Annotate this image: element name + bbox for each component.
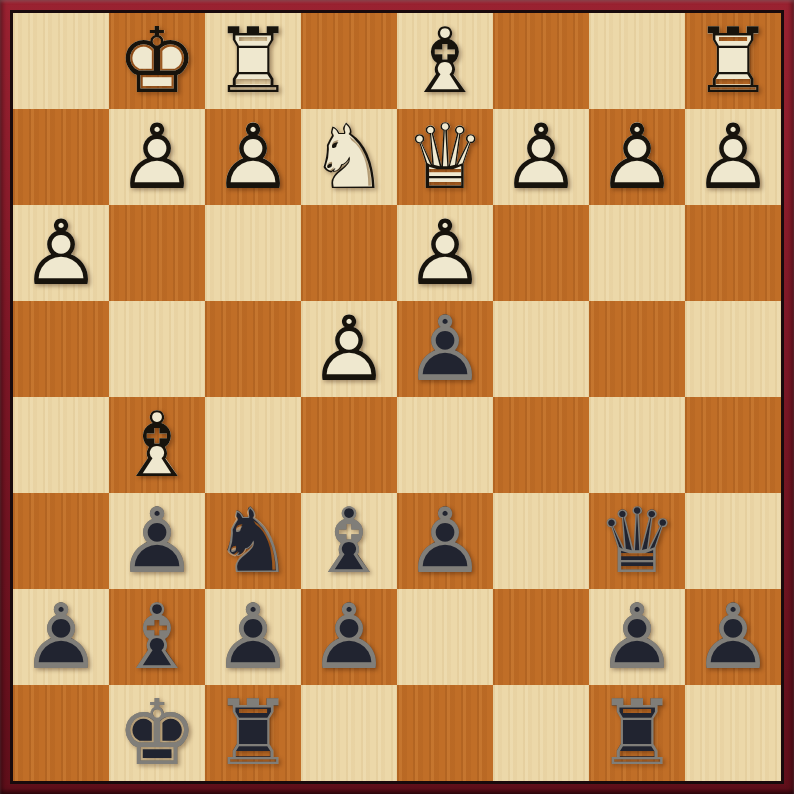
square-h7[interactable]: ♟♙ xyxy=(13,589,109,685)
square-d4[interactable]: ♟♙ xyxy=(397,301,493,397)
square-f2[interactable]: ♟♙ xyxy=(205,109,301,205)
square-f1[interactable]: ♜♖ xyxy=(205,13,301,109)
square-e6[interactable]: ♝♗ xyxy=(301,493,397,589)
square-f5[interactable] xyxy=(205,397,301,493)
piece-wP-c2[interactable]: ♟♙ xyxy=(493,109,589,205)
square-a1[interactable]: ♜♖ xyxy=(685,13,781,109)
piece-bP-f7[interactable]: ♟♙ xyxy=(205,589,301,685)
square-a7[interactable]: ♟♙ xyxy=(685,589,781,685)
bK-outline-glyph: ♔ xyxy=(109,685,205,781)
wP-outline-glyph: ♙ xyxy=(205,109,301,205)
bR-outline-glyph: ♖ xyxy=(589,685,685,781)
bQ-outline-glyph: ♕ xyxy=(589,493,685,589)
square-h1[interactable] xyxy=(13,13,109,109)
square-h8[interactable] xyxy=(13,685,109,781)
square-g3[interactable] xyxy=(109,205,205,301)
square-g1[interactable]: ♚♔ xyxy=(109,13,205,109)
square-e2[interactable]: ♞♘ xyxy=(301,109,397,205)
square-d7[interactable] xyxy=(397,589,493,685)
square-e4[interactable]: ♟♙ xyxy=(301,301,397,397)
piece-bK-g8[interactable]: ♚♔ xyxy=(109,685,205,781)
square-h2[interactable] xyxy=(13,109,109,205)
square-b5[interactable] xyxy=(589,397,685,493)
piece-bP-h7[interactable]: ♟♙ xyxy=(13,589,109,685)
piece-bB-g7[interactable]: ♝♗ xyxy=(109,589,205,685)
square-b7[interactable]: ♟♙ xyxy=(589,589,685,685)
bP-outline-glyph: ♙ xyxy=(397,493,493,589)
bP-outline-glyph: ♙ xyxy=(109,493,205,589)
piece-bP-e7[interactable]: ♟♙ xyxy=(301,589,397,685)
wR-outline-glyph: ♖ xyxy=(685,13,781,109)
wP-outline-glyph: ♙ xyxy=(589,109,685,205)
square-a8[interactable] xyxy=(685,685,781,781)
wP-outline-glyph: ♙ xyxy=(685,109,781,205)
square-g5[interactable]: ♝♗ xyxy=(109,397,205,493)
square-b1[interactable] xyxy=(589,13,685,109)
square-f4[interactable] xyxy=(205,301,301,397)
bB-outline-glyph: ♗ xyxy=(109,589,205,685)
bR-outline-glyph: ♖ xyxy=(205,685,301,781)
bP-outline-glyph: ♙ xyxy=(397,301,493,397)
wB-outline-glyph: ♗ xyxy=(397,13,493,109)
piece-bQ-b6[interactable]: ♛♕ xyxy=(589,493,685,589)
wB-outline-glyph: ♗ xyxy=(109,397,205,493)
board-frame: ♚♔♜♖♝♗♜♖♟♙♟♙♞♘♛♕♟♙♟♙♟♙♟♙♟♙♟♙♟♙♝♗♟♙♞♘♝♗♟♙… xyxy=(0,0,794,794)
square-g2[interactable]: ♟♙ xyxy=(109,109,205,205)
square-d1[interactable]: ♝♗ xyxy=(397,13,493,109)
piece-wB-d1[interactable]: ♝♗ xyxy=(397,13,493,109)
bP-outline-glyph: ♙ xyxy=(205,589,301,685)
piece-wR-a1[interactable]: ♜♖ xyxy=(685,13,781,109)
square-f8[interactable]: ♜♖ xyxy=(205,685,301,781)
bP-outline-glyph: ♙ xyxy=(13,589,109,685)
wP-outline-glyph: ♙ xyxy=(109,109,205,205)
square-e5[interactable] xyxy=(301,397,397,493)
piece-bR-f8[interactable]: ♜♖ xyxy=(205,685,301,781)
square-g6[interactable]: ♟♙ xyxy=(109,493,205,589)
piece-wP-f2[interactable]: ♟♙ xyxy=(205,109,301,205)
piece-bP-d6[interactable]: ♟♙ xyxy=(397,493,493,589)
square-d2[interactable]: ♛♕ xyxy=(397,109,493,205)
square-d5[interactable] xyxy=(397,397,493,493)
piece-wN-e2[interactable]: ♞♘ xyxy=(301,109,397,205)
piece-wP-a2[interactable]: ♟♙ xyxy=(685,109,781,205)
piece-wR-f1[interactable]: ♜♖ xyxy=(205,13,301,109)
piece-wB-g5[interactable]: ♝♗ xyxy=(109,397,205,493)
bP-outline-glyph: ♙ xyxy=(301,589,397,685)
bB-outline-glyph: ♗ xyxy=(301,493,397,589)
piece-bN-f6[interactable]: ♞♘ xyxy=(205,493,301,589)
square-e3[interactable] xyxy=(301,205,397,301)
piece-wQ-d2[interactable]: ♛♕ xyxy=(397,109,493,205)
square-c7[interactable] xyxy=(493,589,589,685)
wP-outline-glyph: ♙ xyxy=(397,205,493,301)
wK-outline-glyph: ♔ xyxy=(109,13,205,109)
square-f3[interactable] xyxy=(205,205,301,301)
piece-bP-b7[interactable]: ♟♙ xyxy=(589,589,685,685)
square-a5[interactable] xyxy=(685,397,781,493)
wP-outline-glyph: ♙ xyxy=(493,109,589,205)
square-c1[interactable] xyxy=(493,13,589,109)
wQ-outline-glyph: ♕ xyxy=(397,109,493,205)
bP-outline-glyph: ♙ xyxy=(589,589,685,685)
square-c6[interactable] xyxy=(493,493,589,589)
square-d3[interactable]: ♟♙ xyxy=(397,205,493,301)
bN-outline-glyph: ♘ xyxy=(205,493,301,589)
square-a3[interactable] xyxy=(685,205,781,301)
square-b6[interactable]: ♛♕ xyxy=(589,493,685,589)
square-a2[interactable]: ♟♙ xyxy=(685,109,781,205)
square-h3[interactable]: ♟♙ xyxy=(13,205,109,301)
square-c2[interactable]: ♟♙ xyxy=(493,109,589,205)
piece-wP-g2[interactable]: ♟♙ xyxy=(109,109,205,205)
square-a4[interactable] xyxy=(685,301,781,397)
wP-outline-glyph: ♙ xyxy=(13,205,109,301)
square-e1[interactable] xyxy=(301,13,397,109)
square-d8[interactable] xyxy=(397,685,493,781)
piece-wK-g1[interactable]: ♚♔ xyxy=(109,13,205,109)
square-e7[interactable]: ♟♙ xyxy=(301,589,397,685)
piece-wP-h3[interactable]: ♟♙ xyxy=(13,205,109,301)
square-d6[interactable]: ♟♙ xyxy=(397,493,493,589)
square-g7[interactable]: ♝♗ xyxy=(109,589,205,685)
piece-bP-d4[interactable]: ♟♙ xyxy=(397,301,493,397)
piece-bP-g6[interactable]: ♟♙ xyxy=(109,493,205,589)
square-c3[interactable] xyxy=(493,205,589,301)
square-b8[interactable]: ♜♖ xyxy=(589,685,685,781)
square-c4[interactable] xyxy=(493,301,589,397)
square-c5[interactable] xyxy=(493,397,589,493)
square-h4[interactable] xyxy=(13,301,109,397)
piece-bB-e6[interactable]: ♝♗ xyxy=(301,493,397,589)
piece-bR-b8[interactable]: ♜♖ xyxy=(589,685,685,781)
square-g4[interactable] xyxy=(109,301,205,397)
piece-bP-a7[interactable]: ♟♙ xyxy=(685,589,781,685)
piece-wP-b2[interactable]: ♟♙ xyxy=(589,109,685,205)
wP-outline-glyph: ♙ xyxy=(301,301,397,397)
square-h5[interactable] xyxy=(13,397,109,493)
square-b4[interactable] xyxy=(589,301,685,397)
piece-wP-d3[interactable]: ♟♙ xyxy=(397,205,493,301)
square-b3[interactable] xyxy=(589,205,685,301)
square-e8[interactable] xyxy=(301,685,397,781)
square-f6[interactable]: ♞♘ xyxy=(205,493,301,589)
square-g8[interactable]: ♚♔ xyxy=(109,685,205,781)
square-f7[interactable]: ♟♙ xyxy=(205,589,301,685)
wN-outline-glyph: ♘ xyxy=(301,109,397,205)
square-a6[interactable] xyxy=(685,493,781,589)
wR-outline-glyph: ♖ xyxy=(205,13,301,109)
bP-outline-glyph: ♙ xyxy=(685,589,781,685)
piece-wP-e4[interactable]: ♟♙ xyxy=(301,301,397,397)
chess-board: ♚♔♜♖♝♗♜♖♟♙♟♙♞♘♛♕♟♙♟♙♟♙♟♙♟♙♟♙♟♙♝♗♟♙♞♘♝♗♟♙… xyxy=(10,10,784,784)
square-c8[interactable] xyxy=(493,685,589,781)
square-b2[interactable]: ♟♙ xyxy=(589,109,685,205)
square-h6[interactable] xyxy=(13,493,109,589)
